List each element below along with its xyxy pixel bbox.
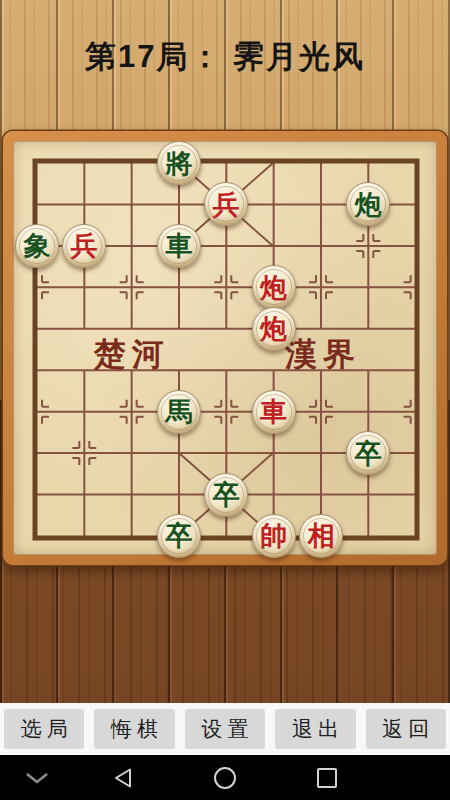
piece-glyph: 將 <box>165 150 192 177</box>
piece-glyph: 兵 <box>71 232 98 259</box>
piece-black-cannon[interactable]: 炮 <box>346 182 390 226</box>
return-button[interactable]: 返回 <box>366 709 446 749</box>
app-screen: 第17局： 霁月光风 楚河 漢界 將兵炮象兵車炮炮馬車卒卒卒帥相 选局 悔棋 设… <box>0 0 450 800</box>
bottom-button-bar: 选局 悔棋 设置 退出 返回 <box>0 703 450 755</box>
piece-black-horse[interactable]: 馬 <box>157 390 201 434</box>
piece-black-soldier[interactable]: 卒 <box>346 431 390 475</box>
piece-red-general[interactable]: 帥 <box>252 514 296 558</box>
piece-glyph: 炮 <box>355 191 382 218</box>
piece-glyph: 車 <box>165 232 192 259</box>
exit-button[interactable]: 退出 <box>275 709 355 749</box>
home-icon[interactable] <box>213 766 237 790</box>
piece-glyph: 馬 <box>165 398 192 425</box>
undo-move-button[interactable]: 悔棋 <box>94 709 174 749</box>
android-nav-bar <box>0 755 450 800</box>
piece-glyph: 兵 <box>213 191 240 218</box>
back-icon[interactable] <box>113 767 133 789</box>
piece-black-elephant[interactable]: 象 <box>15 224 59 268</box>
xiangqi-board: 楚河 漢界 將兵炮象兵車炮炮馬車卒卒卒帥相 <box>3 131 447 565</box>
pieces-layer: 將兵炮象兵車炮炮馬車卒卒卒帥相 <box>13 142 439 556</box>
settings-button[interactable]: 设置 <box>185 709 265 749</box>
piece-black-general[interactable]: 將 <box>157 141 201 185</box>
piece-red-cannon[interactable]: 炮 <box>252 265 296 309</box>
piece-red-chariot[interactable]: 車 <box>252 390 296 434</box>
piece-glyph: 帥 <box>260 522 287 549</box>
page-title: 第17局： 霁月光风 <box>0 36 450 78</box>
piece-black-soldier[interactable]: 卒 <box>157 514 201 558</box>
piece-black-soldier[interactable]: 卒 <box>204 473 248 517</box>
recents-icon[interactable] <box>316 767 338 789</box>
piece-glyph: 車 <box>260 398 287 425</box>
piece-red-soldier[interactable]: 兵 <box>62 224 106 268</box>
chevron-down-icon[interactable] <box>24 771 50 785</box>
piece-black-chariot[interactable]: 車 <box>157 224 201 268</box>
piece-glyph: 炮 <box>260 274 287 301</box>
piece-glyph: 相 <box>307 522 334 549</box>
piece-glyph: 卒 <box>165 522 192 549</box>
piece-glyph: 卒 <box>213 481 240 508</box>
piece-glyph: 卒 <box>355 440 382 467</box>
select-game-button[interactable]: 选局 <box>4 709 84 749</box>
piece-red-soldier[interactable]: 兵 <box>204 182 248 226</box>
piece-glyph: 炮 <box>260 315 287 342</box>
piece-glyph: 象 <box>23 232 50 259</box>
piece-red-cannon[interactable]: 炮 <box>252 307 296 351</box>
piece-red-elephant[interactable]: 相 <box>299 514 343 558</box>
